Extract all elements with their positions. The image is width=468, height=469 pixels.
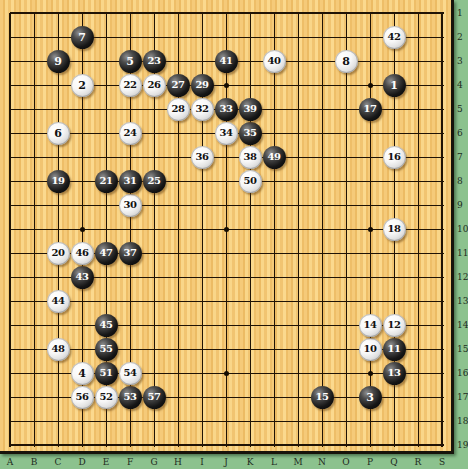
stone-move-number: 42 (388, 32, 401, 42)
vertical-grid-line (274, 13, 275, 447)
star-point (224, 227, 229, 232)
stone-move-number: 7 (78, 32, 86, 43)
stone-move-number: 34 (220, 128, 233, 138)
stone-move-number: 24 (124, 128, 137, 138)
stone-move-number: 27 (172, 80, 185, 90)
column-label-M: M (291, 457, 305, 467)
stone-move-number: 44 (52, 296, 65, 306)
stone-move-number: 2 (78, 80, 86, 91)
stone-white-12[interactable]: 12 (383, 314, 406, 337)
stone-white-2[interactable]: 2 (71, 74, 94, 97)
row-label-7: 7 (457, 152, 468, 162)
stone-black-11[interactable]: 11 (383, 338, 406, 361)
stone-white-34[interactable]: 34 (215, 122, 238, 145)
stone-move-number: 28 (172, 104, 185, 114)
row-label-1: 1 (457, 8, 468, 18)
stone-black-15[interactable]: 15 (311, 386, 334, 409)
stone-move-number: 26 (148, 80, 161, 90)
column-label-O: O (339, 457, 353, 467)
stone-move-number: 17 (364, 104, 377, 114)
stone-move-number: 31 (124, 176, 137, 186)
stone-move-number: 45 (100, 320, 113, 330)
stone-move-number: 41 (220, 56, 233, 66)
stone-black-17[interactable]: 17 (359, 98, 382, 121)
stone-move-number: 46 (76, 248, 89, 258)
stone-move-number: 8 (342, 56, 350, 67)
column-label-A: A (3, 457, 17, 467)
star-point (80, 227, 85, 232)
stone-move-number: 52 (100, 392, 113, 402)
horizontal-grid-line (10, 205, 444, 206)
stone-white-40[interactable]: 40 (263, 50, 286, 73)
stone-black-5[interactable]: 5 (119, 50, 142, 73)
stone-black-57[interactable]: 57 (143, 386, 166, 409)
stone-black-13[interactable]: 13 (383, 362, 406, 385)
star-point (368, 83, 373, 88)
row-label-9: 9 (457, 200, 468, 210)
stone-black-27[interactable]: 27 (167, 74, 190, 97)
stone-move-number: 50 (244, 176, 257, 186)
column-label-D: D (75, 457, 89, 467)
column-label-N: N (315, 457, 329, 467)
stone-white-32[interactable]: 32 (191, 98, 214, 121)
stone-move-number: 10 (364, 344, 377, 354)
stone-move-number: 6 (54, 128, 62, 139)
column-label-C: C (51, 457, 65, 467)
row-label-16: 16 (457, 368, 468, 378)
stone-black-55[interactable]: 55 (95, 338, 118, 361)
stone-white-20[interactable]: 20 (47, 242, 70, 265)
stone-white-16[interactable]: 16 (383, 146, 406, 169)
vertical-grid-line (250, 13, 251, 447)
stone-move-number: 33 (220, 104, 233, 114)
stone-move-number: 39 (244, 104, 257, 114)
vertical-grid-line (441, 13, 443, 447)
vertical-grid-line (418, 13, 419, 447)
stone-white-8[interactable]: 8 (335, 50, 358, 73)
stone-black-25[interactable]: 25 (143, 170, 166, 193)
horizontal-grid-line (10, 421, 444, 422)
stone-move-number: 3 (366, 392, 374, 403)
stone-white-26[interactable]: 26 (143, 74, 166, 97)
row-label-11: 11 (457, 248, 468, 258)
stone-move-number: 38 (244, 152, 257, 162)
row-label-19: 19 (457, 440, 468, 450)
column-label-I: I (195, 457, 209, 467)
horizontal-grid-line (10, 444, 444, 446)
stone-move-number: 30 (124, 200, 137, 210)
stone-move-number: 25 (148, 176, 161, 186)
stone-move-number: 20 (52, 248, 65, 258)
stone-move-number: 1 (390, 80, 398, 91)
stone-black-1[interactable]: 1 (383, 74, 406, 97)
stone-white-6[interactable]: 6 (47, 122, 70, 145)
stone-black-21[interactable]: 21 (95, 170, 118, 193)
stone-move-number: 5 (126, 56, 134, 67)
horizontal-grid-line (10, 181, 444, 182)
column-label-Q: Q (387, 457, 401, 467)
stone-move-number: 9 (54, 56, 62, 67)
stone-move-number: 36 (196, 152, 209, 162)
stone-move-number: 48 (52, 344, 65, 354)
stone-black-31[interactable]: 31 (119, 170, 142, 193)
row-label-10: 10 (457, 224, 468, 234)
stone-move-number: 11 (388, 344, 401, 354)
horizontal-grid-line (10, 157, 444, 158)
stone-white-46[interactable]: 46 (71, 242, 94, 265)
stone-move-number: 18 (388, 224, 401, 234)
stone-white-10[interactable]: 10 (359, 338, 382, 361)
stone-move-number: 43 (76, 272, 89, 282)
stone-move-number: 51 (100, 368, 113, 378)
stone-black-37[interactable]: 37 (119, 242, 142, 265)
vertical-grid-line (34, 13, 35, 447)
row-label-4: 4 (457, 80, 468, 90)
stone-white-18[interactable]: 18 (383, 218, 406, 241)
row-label-6: 6 (457, 128, 468, 138)
vertical-grid-line (298, 13, 299, 447)
stone-move-number: 57 (148, 392, 161, 402)
stone-black-51[interactable]: 51 (95, 362, 118, 385)
stone-move-number: 54 (124, 368, 137, 378)
row-label-15: 15 (457, 344, 468, 354)
stone-white-30[interactable]: 30 (119, 194, 142, 217)
stone-move-number: 53 (124, 392, 137, 402)
row-label-13: 13 (457, 296, 468, 306)
row-label-17: 17 (457, 392, 468, 402)
stone-move-number: 23 (148, 56, 161, 66)
row-label-12: 12 (457, 272, 468, 282)
stone-white-24[interactable]: 24 (119, 122, 142, 145)
stone-black-9[interactable]: 9 (47, 50, 70, 73)
stone-white-36[interactable]: 36 (191, 146, 214, 169)
stone-white-56[interactable]: 56 (71, 386, 94, 409)
star-point (368, 371, 373, 376)
column-label-B: B (27, 457, 41, 467)
stone-move-number: 13 (388, 368, 401, 378)
stone-move-number: 21 (100, 176, 113, 186)
column-label-S: S (435, 457, 449, 467)
stone-white-54[interactable]: 54 (119, 362, 142, 385)
vertical-grid-line (9, 13, 11, 447)
stone-move-number: 19 (52, 176, 65, 186)
stone-white-44[interactable]: 44 (47, 290, 70, 313)
go-game-diagram: 1234567891011121314151617181920212223242… (0, 0, 468, 469)
stone-move-number: 37 (124, 248, 137, 258)
column-label-E: E (99, 457, 113, 467)
stone-white-42[interactable]: 42 (383, 26, 406, 49)
stone-move-number: 47 (100, 248, 113, 258)
column-label-K: K (243, 457, 257, 467)
stone-black-39[interactable]: 39 (239, 98, 262, 121)
stone-black-3[interactable]: 3 (359, 386, 382, 409)
stone-move-number: 35 (244, 128, 257, 138)
stone-move-number: 16 (388, 152, 401, 162)
column-label-J: J (219, 457, 233, 467)
horizontal-grid-line (10, 12, 444, 14)
stone-move-number: 55 (100, 344, 113, 354)
vertical-grid-line (322, 13, 323, 447)
stone-black-29[interactable]: 29 (191, 74, 214, 97)
stone-black-19[interactable]: 19 (47, 170, 70, 193)
go-board[interactable]: 1234567891011121314151617181920212223242… (0, 0, 454, 454)
row-label-2: 2 (457, 32, 468, 42)
stone-move-number: 29 (196, 80, 209, 90)
column-label-P: P (363, 457, 377, 467)
column-label-F: F (123, 457, 137, 467)
stone-white-48[interactable]: 48 (47, 338, 70, 361)
stone-black-53[interactable]: 53 (119, 386, 142, 409)
stone-white-28[interactable]: 28 (167, 98, 190, 121)
stone-white-22[interactable]: 22 (119, 74, 142, 97)
page: { "game": "Go (weiqi/baduk), 19x19 numbe… (0, 0, 468, 469)
stone-move-number: 32 (196, 104, 209, 114)
column-label-G: G (147, 457, 161, 467)
stone-black-43[interactable]: 43 (71, 266, 94, 289)
row-label-8: 8 (457, 176, 468, 186)
stone-white-14[interactable]: 14 (359, 314, 382, 337)
row-label-3: 3 (457, 56, 468, 66)
row-label-14: 14 (457, 320, 468, 330)
stone-move-number: 15 (316, 392, 329, 402)
star-point (224, 83, 229, 88)
stone-black-23[interactable]: 23 (143, 50, 166, 73)
stone-move-number: 12 (388, 320, 401, 330)
stone-black-49[interactable]: 49 (263, 146, 286, 169)
stone-move-number: 14 (364, 320, 377, 330)
stone-white-50[interactable]: 50 (239, 170, 262, 193)
stone-black-41[interactable]: 41 (215, 50, 238, 73)
horizontal-grid-line (10, 301, 444, 302)
column-label-L: L (267, 457, 281, 467)
stone-move-number: 4 (78, 368, 86, 379)
stone-black-35[interactable]: 35 (239, 122, 262, 145)
vertical-grid-line (346, 13, 347, 447)
row-label-5: 5 (457, 104, 468, 114)
stone-black-7[interactable]: 7 (71, 26, 94, 49)
stone-black-45[interactable]: 45 (95, 314, 118, 337)
stone-white-38[interactable]: 38 (239, 146, 262, 169)
stone-black-47[interactable]: 47 (95, 242, 118, 265)
stone-white-4[interactable]: 4 (71, 362, 94, 385)
column-label-R: R (411, 457, 425, 467)
column-label-H: H (171, 457, 185, 467)
star-point (224, 371, 229, 376)
star-point (368, 227, 373, 232)
stone-white-52[interactable]: 52 (95, 386, 118, 409)
row-label-18: 18 (457, 416, 468, 426)
stone-move-number: 40 (268, 56, 281, 66)
vertical-grid-line (58, 13, 59, 447)
stone-move-number: 49 (268, 152, 281, 162)
stone-move-number: 56 (76, 392, 89, 402)
stone-move-number: 22 (124, 80, 137, 90)
stone-black-33[interactable]: 33 (215, 98, 238, 121)
